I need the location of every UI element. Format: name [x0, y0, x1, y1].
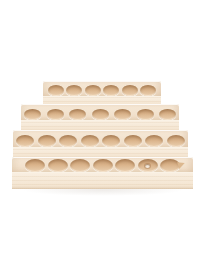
rack-tier-1-back	[43, 81, 161, 106]
empty-pit	[70, 159, 90, 172]
tier-1-top-surface	[43, 81, 161, 96]
empty-pit	[48, 85, 64, 96]
tier-3-pit-row	[13, 130, 188, 147]
empty-pit	[140, 85, 156, 96]
empty-pit	[92, 109, 109, 120]
empty-pit	[69, 109, 86, 120]
tier-3-top-surface	[13, 130, 188, 147]
rack-tier-3	[13, 130, 188, 158]
empty-pit	[38, 135, 56, 147]
tier-2-top-surface	[21, 104, 179, 120]
tier-4-top-surface	[12, 157, 193, 172]
empty-pit	[160, 159, 180, 172]
tier-4-pit-row	[12, 157, 193, 172]
empty-pit	[124, 135, 142, 147]
empty-pit	[16, 135, 34, 147]
empty-pit	[66, 85, 82, 96]
wooden-tiered-rack	[0, 0, 200, 280]
empty-pit	[145, 135, 163, 147]
empty-pit	[47, 109, 64, 120]
empty-pit	[81, 135, 99, 147]
empty-pit	[159, 109, 176, 120]
empty-pit	[93, 159, 113, 172]
rack-tier-4-front	[12, 157, 193, 189]
empty-pit	[137, 109, 154, 120]
empty-pit	[115, 159, 135, 172]
empty-pit	[59, 135, 77, 147]
tier-1-pit-row	[43, 81, 161, 96]
empty-pit	[103, 85, 119, 96]
empty-pit	[122, 85, 138, 96]
tier-2-pit-row	[21, 104, 179, 120]
empty-pit	[85, 85, 101, 96]
product-photo-stage	[0, 0, 200, 280]
empty-pit	[167, 135, 185, 147]
empty-pit	[138, 159, 158, 172]
tier-4-front-face	[12, 172, 193, 189]
empty-pit	[25, 159, 45, 172]
empty-pit	[102, 135, 120, 147]
empty-pit	[24, 109, 41, 120]
empty-pit	[114, 109, 131, 120]
empty-pit	[48, 159, 68, 172]
rack-tier-2	[21, 104, 179, 131]
